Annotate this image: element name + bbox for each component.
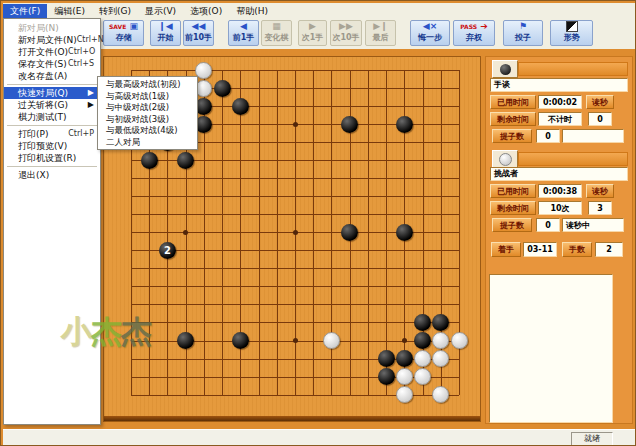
menu-item-label: 棋力测试(T) xyxy=(18,111,67,123)
grid-line-vertical xyxy=(368,70,369,395)
menu-item-label: 保存文件(S) xyxy=(18,58,67,70)
black-stone-r5c3 xyxy=(177,152,194,169)
menu-separator xyxy=(7,84,97,85)
white-stone-r15c11 xyxy=(323,332,340,349)
white-stone-r16c17 xyxy=(432,350,449,367)
black-byoyomi-label: 读秒 xyxy=(586,95,614,109)
hoshi-point xyxy=(402,338,407,343)
black-stone-r3c15 xyxy=(396,116,413,133)
black-captures-value: 0 xyxy=(536,129,560,143)
white-status: 读秒中 xyxy=(562,218,624,232)
white-byoyomi-count: 3 xyxy=(588,201,612,215)
black-stone-r16c14 xyxy=(378,350,395,367)
file-menu-item-10[interactable]: 打印(P)Ctrl+P xyxy=(4,128,100,140)
black-stone-r14c16 xyxy=(414,314,431,331)
menubar-item-3[interactable]: 显示(V) xyxy=(138,4,183,18)
black-remaining-label: 剩余时间 xyxy=(490,112,536,126)
black-byoyomi-count: 0 xyxy=(588,112,612,126)
toolbar-button-label: 次1手 xyxy=(299,32,326,43)
statusbar-ready-cell: 就绪 xyxy=(571,432,613,446)
white-captures-value: 0 xyxy=(536,218,560,232)
white-used-time-label: 已用时间 xyxy=(490,184,536,198)
toolbar-button-label: 前1手 xyxy=(229,32,258,43)
white-used-time-value: 0:00:38 xyxy=(538,184,582,198)
submenu-arrow-icon: ▶ xyxy=(88,99,94,111)
grid-line-horizontal xyxy=(131,250,459,251)
grid-line-horizontal xyxy=(131,322,459,323)
file-menu-item-4[interactable]: 改名存盘(A) xyxy=(4,70,100,82)
menu-item-label: 与最高级对战(初段) xyxy=(106,79,181,91)
black-player-stone-box xyxy=(492,60,518,78)
hoshi-point xyxy=(293,122,298,127)
black-stone-r17c14 xyxy=(378,368,395,385)
white-remaining-label: 剩余时间 xyxy=(490,201,536,215)
black-stone-r2c6 xyxy=(232,98,249,115)
toolbar-button-last: ▶❙最后 xyxy=(365,20,396,46)
menu-separator xyxy=(7,125,97,126)
file-menu-item-8[interactable]: 棋力测试(T) xyxy=(4,111,100,123)
toolbar-button-label: 弃权 xyxy=(454,32,494,43)
white-player-stone-box xyxy=(492,150,518,168)
menu-item-label: 与初级对战(3级) xyxy=(106,114,169,126)
grid-line-horizontal xyxy=(131,268,459,269)
menubar-item-5[interactable]: 帮助(H) xyxy=(229,4,275,18)
menubar-item-0[interactable]: 文件(F) xyxy=(3,4,47,18)
toolbar-button-back10[interactable]: ◀◀前10手 xyxy=(183,20,214,46)
toolbar-button-fwd10: ▶▶次10手 xyxy=(330,20,362,46)
white-header-bar xyxy=(518,152,628,166)
watermark: 小杰杰 xyxy=(61,311,151,353)
statusbar: 就绪 xyxy=(3,429,635,446)
black-used-time-value: 0:00:02 xyxy=(538,95,582,109)
black-stone-r15c6 xyxy=(232,332,249,349)
menu-item-label: 过关斩将(G) xyxy=(18,99,68,111)
quick-menu-item-2[interactable]: 与中级对战(2级) xyxy=(98,102,197,114)
quick-menu-item-1[interactable]: 与高级对战(1级) xyxy=(98,91,197,103)
back1-icon: ◀ xyxy=(229,21,258,32)
toolbar-button-grid: ▦变化棋 xyxy=(261,20,292,46)
quick-menu-item-5[interactable]: 二人对局 xyxy=(98,137,197,149)
menubar-item-2[interactable]: 转到(G) xyxy=(92,4,138,18)
move-value: 03-11 xyxy=(523,242,557,257)
white-remaining-value: 10次 xyxy=(538,201,582,215)
watermark-char: 杰 xyxy=(121,313,151,349)
eval-icon xyxy=(551,21,592,32)
grid-line-horizontal xyxy=(131,304,459,305)
submenu-arrow-icon: ▶ xyxy=(88,87,94,99)
toolbar-button-label: 存储 xyxy=(104,32,143,43)
file-menu-item-6[interactable]: 快速对局(Q)▶ xyxy=(4,87,100,99)
app-window: 文件(F)编辑(E)转到(G)显示(V)选项(O)帮助(H) SAVE ▣存储❙… xyxy=(0,0,636,446)
toolbar-button-save[interactable]: SAVE ▣存储 xyxy=(103,20,144,46)
undo-icon: ◀× xyxy=(411,21,449,32)
black-stone-r5c1 xyxy=(141,152,158,169)
last-icon: ▶❙ xyxy=(366,21,395,32)
menu-item-label: 快速对局(Q) xyxy=(18,87,68,99)
fwd1-icon: ▶ xyxy=(299,21,326,32)
toolbar-button-label: 形势 xyxy=(551,32,592,43)
toolbar-button-resign[interactable]: ⚑投子 xyxy=(503,20,543,46)
black-stone-r1c5 xyxy=(214,80,231,97)
white-player-name: 挑战者 xyxy=(490,167,628,181)
game-info-panel: 手谈 已用时间 0:00:02 读秒 剩余时间 不计时 0 提子数 0 挑战者 … xyxy=(485,56,633,424)
back10-icon: ◀◀ xyxy=(184,21,213,32)
menu-shortcut: Ctrl+O xyxy=(68,46,95,58)
black-status xyxy=(562,129,624,143)
file-menu-item-3[interactable]: 保存文件(S)Ctrl+S xyxy=(4,58,100,70)
quick-play-submenu: 与最高级对战(初段)与高级对战(1级)与中级对战(2级)与初级对战(3级)与最低… xyxy=(97,76,198,150)
black-captures-label: 提子数 xyxy=(492,129,532,143)
menu-item-label: 二人对局 xyxy=(106,137,140,149)
move-label: 着手 xyxy=(491,242,521,257)
resign-icon: ⚑ xyxy=(504,21,542,32)
watermark-char: 杰 xyxy=(91,313,121,349)
file-menu-item-2[interactable]: 打开文件(O)Ctrl+O xyxy=(4,46,100,58)
last-move-number: 2 xyxy=(164,242,171,259)
save-icon: SAVE ▣ xyxy=(104,21,143,32)
toolbar-button-label: 投子 xyxy=(504,32,542,43)
file-menu-item-1[interactable]: 新对局文件(N)Ctrl+N xyxy=(4,34,100,46)
file-menu-item-7[interactable]: 过关斩将(G)▶ xyxy=(4,99,100,111)
grid-line-vertical xyxy=(386,70,387,395)
move-list-box[interactable] xyxy=(489,274,613,423)
grid-line-vertical xyxy=(313,70,314,395)
menu-item-label: 新对局(N) xyxy=(18,22,59,34)
black-stone-icon xyxy=(500,64,511,75)
menu-item-label: 新对局文件(N) xyxy=(18,34,77,46)
menubar: 文件(F)编辑(E)转到(G)显示(V)选项(O)帮助(H) xyxy=(3,3,635,19)
menu-item-label: 打印机设置(R) xyxy=(18,152,76,164)
black-stone-r15c3 xyxy=(177,332,194,349)
menu-item-label: 退出(X) xyxy=(18,169,49,181)
pass-icon: PASS ➔ xyxy=(454,21,494,32)
watermark-char: 小 xyxy=(61,313,91,349)
menubar-item-4[interactable]: 选项(O) xyxy=(183,4,229,18)
black-stone-last-move-r10c2: 2 xyxy=(159,242,176,259)
menu-shortcut: Ctrl+P xyxy=(68,128,94,140)
black-header-bar xyxy=(518,62,628,76)
white-captures-label: 提子数 xyxy=(492,218,532,232)
menu-item-label: 打开文件(O) xyxy=(18,46,68,58)
toolbar-button-eval[interactable]: 形势 xyxy=(550,20,593,46)
toolbar-button-fwd1: ▶次1手 xyxy=(298,20,327,46)
toolbar-button-first[interactable]: ❙◀开始 xyxy=(150,20,181,46)
black-stone-r9c15 xyxy=(396,224,413,241)
file-menu-item-12[interactable]: 打印机设置(R) xyxy=(4,152,100,164)
quick-menu-item-0[interactable]: 与最高级对战(初段) xyxy=(98,79,197,91)
toolbar-button-label: 次10手 xyxy=(331,32,361,43)
hoshi-point xyxy=(183,230,188,235)
white-stone-r15c18 xyxy=(451,332,468,349)
toolbar-button-label: 悔一步 xyxy=(411,32,449,43)
black-stone-r14c17 xyxy=(432,314,449,331)
menubar-item-1[interactable]: 编辑(E) xyxy=(47,4,92,18)
menu-separator xyxy=(7,166,97,167)
move-count-value: 2 xyxy=(595,242,623,257)
menu-item-label: 打印(P) xyxy=(18,128,48,140)
hoshi-point xyxy=(293,230,298,235)
hoshi-point xyxy=(293,338,298,343)
menu-item-label: 与最低级对战(4级) xyxy=(106,125,178,137)
file-menu-dropdown: 新对局(N)新对局文件(N)Ctrl+N打开文件(O)Ctrl+O保存文件(S)… xyxy=(3,18,101,425)
toolbar-button-undo[interactable]: ◀×悔一步 xyxy=(410,20,450,46)
black-player-name: 手谈 xyxy=(490,78,628,92)
black-remaining-value: 不计时 xyxy=(538,112,582,126)
menu-shortcut: Ctrl+S xyxy=(68,58,94,70)
menu-item-label: 与中级对战(2级) xyxy=(106,102,169,114)
first-icon: ❙◀ xyxy=(151,21,180,32)
menu-item-label: 改名存盘(A) xyxy=(18,70,67,82)
grid-icon: ▦ xyxy=(262,21,291,32)
white-stone-r16c16 xyxy=(414,350,431,367)
file-menu-item-14[interactable]: 退出(X) xyxy=(4,169,100,181)
quick-menu-item-4[interactable]: 与最低级对战(4级) xyxy=(98,125,197,137)
white-stone-r18c17 xyxy=(432,386,449,403)
black-stone-r3c12 xyxy=(341,116,358,133)
quick-menu-item-3[interactable]: 与初级对战(3级) xyxy=(98,114,197,126)
black-stone-r16c15 xyxy=(396,350,413,367)
black-stone-r15c16 xyxy=(414,332,431,349)
toolbar-button-label: 最后 xyxy=(366,32,395,43)
board-bevel xyxy=(104,416,480,421)
toolbar-button-label: 开始 xyxy=(151,32,180,43)
file-menu-item-11[interactable]: 打印预览(V) xyxy=(4,140,100,152)
menu-shortcut: Ctrl+N xyxy=(77,34,104,46)
menu-item-label: 打印预览(V) xyxy=(18,140,67,152)
black-used-time-label: 已用时间 xyxy=(490,95,536,109)
white-byoyomi-label: 读秒 xyxy=(586,184,614,198)
white-stone-r15c17 xyxy=(432,332,449,349)
white-stone-r17c15 xyxy=(396,368,413,385)
toolbar-button-label: 前10手 xyxy=(184,32,213,43)
file-menu-item-0: 新对局(N) xyxy=(4,22,100,34)
menu-item-label: 与高级对战(1级) xyxy=(106,91,169,103)
white-stone-r17c16 xyxy=(414,368,431,385)
black-stone-r9c12 xyxy=(341,224,358,241)
move-count-label: 手数 xyxy=(562,242,592,257)
grid-line-horizontal xyxy=(131,286,459,287)
white-stone-icon xyxy=(499,153,512,166)
toolbar-button-back1[interactable]: ◀前1手 xyxy=(228,20,259,46)
toolbar-button-pass[interactable]: PASS ➔弃权 xyxy=(453,20,495,46)
toolbar-button-label: 变化棋 xyxy=(262,32,291,43)
fwd10-icon: ▶▶ xyxy=(331,21,361,32)
white-stone-r18c15 xyxy=(396,386,413,403)
